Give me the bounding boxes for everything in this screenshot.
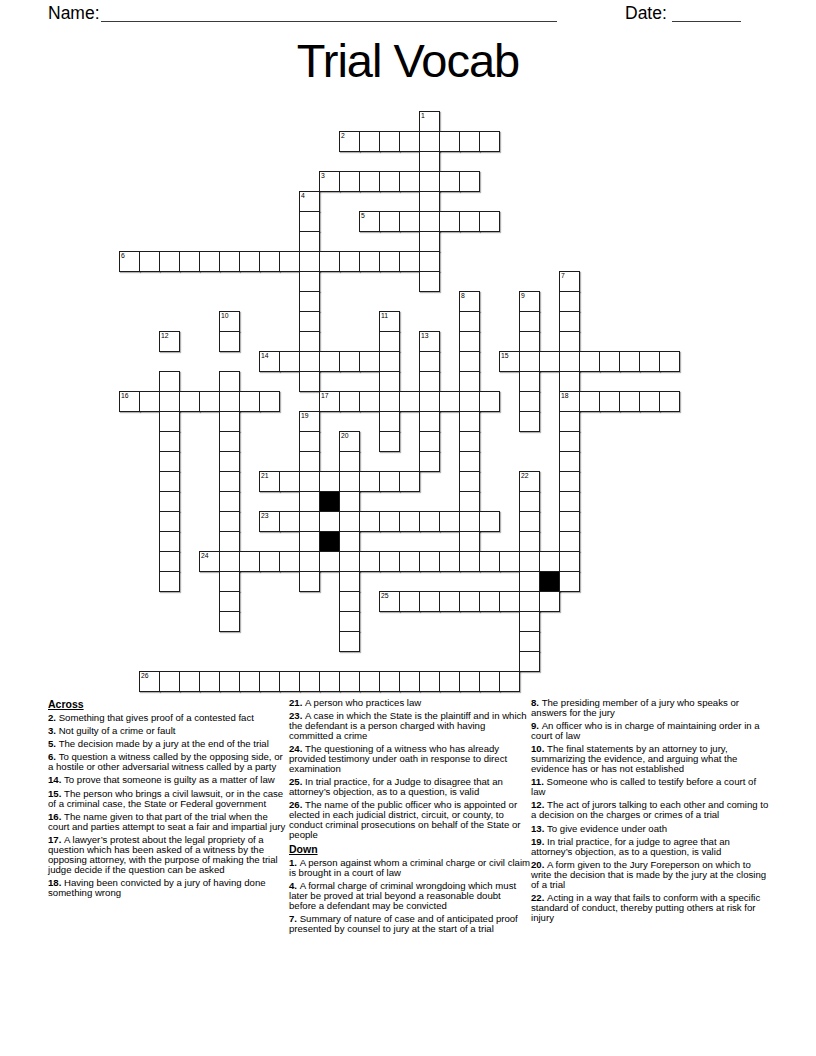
answer-cell[interactable] — [179, 671, 200, 692]
answer-cell[interactable] — [519, 631, 540, 652]
answer-cell[interactable] — [339, 671, 360, 692]
answer-cell[interactable] — [159, 251, 180, 272]
answer-cell[interactable] — [479, 591, 500, 612]
clue-24: 24. The questioning of a witness who has… — [289, 744, 530, 774]
answer-cell[interactable] — [459, 671, 480, 692]
answer-cell[interactable] — [319, 511, 340, 532]
answer-cell[interactable] — [239, 551, 260, 572]
answer-cell[interactable] — [419, 131, 440, 152]
cell-number-2: 2 — [341, 132, 345, 139]
black-cell — [319, 491, 340, 512]
answer-cell[interactable] — [359, 551, 380, 572]
cell-number-9: 9 — [521, 292, 525, 299]
answer-cell[interactable] — [139, 251, 160, 272]
answer-cell[interactable] — [219, 251, 240, 272]
answer-cell[interactable] — [259, 551, 280, 572]
answer-cell[interactable] — [559, 431, 580, 452]
answer-cell[interactable] — [539, 551, 560, 572]
answer-cell[interactable] — [219, 611, 240, 632]
cell-number-1: 1 — [421, 112, 425, 119]
answer-cell[interactable] — [419, 271, 440, 292]
clue-23: 23. A case in which the State is the pla… — [289, 711, 530, 741]
cell-number-5: 5 — [361, 212, 365, 219]
date-label: Date: — [625, 3, 667, 24]
answer-cell[interactable] — [419, 671, 440, 692]
answer-cell[interactable] — [459, 531, 480, 552]
answer-cell[interactable] — [419, 391, 440, 412]
answer-cell[interactable] — [359, 131, 380, 152]
answer-cell[interactable] — [479, 551, 500, 572]
answer-cell[interactable] — [639, 351, 660, 372]
answer-cell[interactable] — [239, 251, 260, 272]
clue-3: 3. Not guilty of a crime or fault — [48, 726, 289, 736]
cell-number-7: 7 — [561, 272, 565, 279]
answer-cell[interactable] — [379, 331, 400, 352]
answer-cell[interactable] — [279, 351, 300, 372]
answer-cell[interactable] — [299, 511, 320, 532]
answer-cell[interactable] — [299, 491, 320, 512]
answer-cell[interactable] — [419, 371, 440, 392]
answer-cell[interactable] — [219, 491, 240, 512]
clue-section-header-across: Across — [48, 698, 289, 710]
answer-cell[interactable] — [219, 411, 240, 432]
answer-cell[interactable] — [479, 671, 500, 692]
answer-cell[interactable] — [379, 671, 400, 692]
clue-column-across: Across2. Something that gives proof of a… — [48, 698, 289, 901]
answer-cell[interactable] — [339, 511, 360, 532]
answer-cell[interactable] — [439, 511, 460, 532]
answer-cell[interactable] — [459, 511, 480, 532]
answer-cell[interactable] — [159, 451, 180, 472]
cell-number-8: 8 — [461, 292, 465, 299]
name-fill-in-line[interactable] — [101, 21, 557, 22]
answer-cell[interactable] — [439, 671, 460, 692]
answer-cell[interactable] — [559, 351, 580, 372]
answer-cell[interactable] — [219, 391, 240, 412]
answer-cell[interactable] — [379, 391, 400, 412]
answer-cell[interactable] — [159, 511, 180, 532]
answer-cell[interactable] — [339, 471, 360, 492]
clue-8: 8. The presiding member of a jury who sp… — [531, 698, 772, 718]
answer-cell[interactable] — [199, 251, 220, 272]
answer-cell[interactable] — [219, 671, 240, 692]
name-label: Name: — [48, 3, 100, 24]
answer-cell[interactable] — [559, 491, 580, 512]
answer-cell[interactable] — [419, 171, 440, 192]
answer-cell[interactable] — [479, 211, 500, 232]
cell-number-17: 17 — [321, 392, 329, 399]
answer-cell[interactable] — [219, 331, 240, 352]
answer-cell[interactable] — [419, 151, 440, 172]
answer-cell[interactable] — [419, 231, 440, 252]
answer-cell[interactable] — [459, 551, 480, 572]
answer-cell[interactable] — [659, 391, 680, 412]
answer-cell[interactable] — [419, 591, 440, 612]
answer-cell[interactable] — [519, 651, 540, 672]
answer-cell[interactable] — [299, 211, 320, 232]
answer-cell[interactable] — [299, 231, 320, 252]
answer-cell[interactable] — [299, 571, 320, 592]
clue-17: 17. A lawyer’s protest about the legal p… — [48, 835, 289, 875]
answer-cell[interactable] — [319, 251, 340, 272]
answer-cell[interactable] — [519, 511, 540, 532]
answer-cell[interactable] — [519, 331, 540, 352]
answer-cell[interactable] — [559, 451, 580, 472]
answer-cell[interactable] — [419, 551, 440, 572]
answer-cell[interactable] — [359, 171, 380, 192]
answer-cell[interactable] — [299, 251, 320, 272]
answer-cell[interactable] — [419, 431, 440, 452]
answer-cell[interactable] — [499, 551, 520, 572]
clue-21: 21. A person who practices law — [289, 698, 530, 708]
clue-16: 16. The name given to that part of the t… — [48, 812, 289, 832]
answer-cell[interactable] — [219, 511, 240, 532]
answer-cell[interactable] — [539, 351, 560, 372]
cell-number-11: 11 — [381, 312, 388, 319]
answer-cell[interactable] — [299, 331, 320, 352]
answer-cell[interactable] — [399, 391, 420, 412]
cell-number-24: 24 — [201, 552, 209, 559]
answer-cell[interactable] — [359, 671, 380, 692]
cell-number-3: 3 — [321, 172, 325, 179]
answer-cell[interactable] — [459, 211, 480, 232]
answer-cell[interactable] — [639, 391, 660, 412]
answer-cell[interactable] — [619, 351, 640, 372]
answer-cell[interactable] — [439, 591, 460, 612]
answer-cell[interactable] — [199, 391, 220, 412]
answer-cell[interactable] — [399, 171, 420, 192]
cell-number-10: 10 — [221, 312, 229, 319]
answer-cell[interactable] — [339, 171, 360, 192]
answer-cell[interactable] — [159, 371, 180, 392]
answer-cell[interactable] — [299, 311, 320, 332]
answer-cell[interactable] — [299, 291, 320, 312]
cell-number-25: 25 — [381, 592, 389, 599]
answer-cell[interactable] — [399, 471, 420, 492]
answer-cell[interactable] — [339, 451, 360, 472]
black-cell — [539, 571, 560, 592]
answer-cell[interactable] — [219, 371, 240, 392]
answer-cell[interactable] — [519, 491, 540, 512]
answer-cell[interactable] — [259, 671, 280, 692]
answer-cell[interactable] — [339, 631, 360, 652]
answer-cell[interactable] — [659, 351, 680, 372]
answer-cell[interactable] — [339, 571, 360, 592]
answer-cell[interactable] — [459, 431, 480, 452]
clue-2: 2. Something that gives proof of a conte… — [48, 713, 289, 723]
answer-cell[interactable] — [559, 471, 580, 492]
cell-number-22: 22 — [521, 472, 529, 479]
answer-cell[interactable] — [559, 571, 580, 592]
answer-cell[interactable] — [519, 531, 540, 552]
answer-cell[interactable] — [499, 671, 520, 692]
answer-cell[interactable] — [379, 251, 400, 272]
answer-cell[interactable] — [159, 431, 180, 452]
answer-cell[interactable] — [459, 351, 480, 372]
answer-cell[interactable] — [359, 511, 380, 532]
answer-cell[interactable] — [379, 211, 400, 232]
answer-cell[interactable] — [419, 451, 440, 472]
answer-cell[interactable] — [299, 551, 320, 572]
answer-cell[interactable] — [159, 531, 180, 552]
answer-cell[interactable] — [199, 671, 220, 692]
answer-cell[interactable] — [559, 531, 580, 552]
answer-cell[interactable] — [339, 611, 360, 632]
answer-cell[interactable] — [399, 131, 420, 152]
answer-cell[interactable] — [339, 391, 360, 412]
answer-cell[interactable] — [459, 371, 480, 392]
answer-cell[interactable] — [379, 471, 400, 492]
answer-cell[interactable] — [359, 391, 380, 412]
answer-cell[interactable] — [359, 251, 380, 272]
answer-cell[interactable] — [459, 411, 480, 432]
answer-cell[interactable] — [599, 351, 620, 372]
date-fill-in-line[interactable] — [672, 21, 741, 22]
answer-cell[interactable] — [439, 171, 460, 192]
clue-26: 26. The name of the public officer who i… — [289, 800, 530, 840]
answer-cell[interactable] — [619, 391, 640, 412]
answer-cell[interactable] — [419, 511, 440, 532]
answer-cell[interactable] — [519, 551, 540, 572]
answer-cell[interactable] — [379, 431, 400, 452]
answer-cell[interactable] — [579, 391, 600, 412]
answer-cell[interactable] — [559, 291, 580, 312]
answer-cell[interactable] — [159, 391, 180, 412]
answer-cell[interactable] — [299, 531, 320, 552]
answer-cell[interactable] — [339, 491, 360, 512]
answer-cell[interactable] — [379, 371, 400, 392]
clue-14: 14. To prove that someone is guilty as a… — [48, 775, 289, 785]
answer-cell[interactable] — [159, 411, 180, 432]
answer-cell[interactable] — [259, 251, 280, 272]
answer-cell[interactable] — [359, 351, 380, 372]
answer-cell[interactable] — [219, 431, 240, 452]
answer-cell[interactable] — [399, 211, 420, 232]
answer-cell[interactable] — [479, 131, 500, 152]
answer-cell[interactable] — [219, 451, 240, 472]
crossword-grid[interactable]: 1234567891011121314151617181920212223242… — [119, 111, 681, 693]
answer-cell[interactable] — [439, 131, 460, 152]
answer-cell[interactable] — [379, 131, 400, 152]
answer-cell[interactable] — [379, 511, 400, 532]
answer-cell[interactable] — [179, 251, 200, 272]
answer-cell[interactable] — [399, 551, 420, 572]
answer-cell[interactable] — [319, 671, 340, 692]
answer-cell[interactable] — [339, 531, 360, 552]
answer-cell[interactable] — [319, 551, 340, 572]
answer-cell[interactable] — [459, 171, 480, 192]
cell-number-26: 26 — [141, 672, 149, 679]
answer-cell[interactable] — [219, 591, 240, 612]
clue-1: 1. A person against whom a criminal char… — [289, 858, 530, 878]
answer-cell[interactable] — [279, 551, 300, 572]
answer-cell[interactable] — [339, 351, 360, 372]
answer-cell[interactable] — [419, 211, 440, 232]
clue-25: 25. In trial practice, for a Judge to di… — [289, 777, 530, 797]
answer-cell[interactable] — [559, 411, 580, 432]
answer-cell[interactable] — [339, 551, 360, 572]
answer-cell[interactable] — [299, 431, 320, 452]
answer-cell[interactable] — [159, 471, 180, 492]
answer-cell[interactable] — [239, 391, 260, 412]
answer-cell[interactable] — [439, 551, 460, 572]
answer-cell[interactable] — [519, 391, 540, 412]
cell-number-13: 13 — [421, 332, 429, 339]
answer-cell[interactable] — [319, 471, 340, 492]
answer-cell[interactable] — [399, 251, 420, 272]
answer-cell[interactable] — [259, 391, 280, 412]
answer-cell[interactable] — [299, 451, 320, 472]
clue-11: 11. Someone who is called to testify bef… — [531, 777, 772, 797]
answer-cell[interactable] — [459, 451, 480, 472]
answer-cell[interactable] — [519, 591, 540, 612]
answer-cell[interactable] — [519, 411, 540, 432]
clue-4: 4. A formal charge of criminal wrongdoin… — [289, 881, 530, 911]
clue-column-middle: 21. A person who practices law23. A case… — [289, 698, 530, 937]
black-cell — [319, 531, 340, 552]
answer-cell[interactable] — [499, 591, 520, 612]
clue-15: 15. The person who brings a civil lawsui… — [48, 789, 289, 809]
clue-19: 19. In trial practice, for a judge to ag… — [531, 837, 772, 857]
clue-22: 22. Acting in a way that fails to confor… — [531, 893, 772, 923]
answer-cell[interactable] — [339, 251, 360, 272]
answer-cell[interactable] — [139, 391, 160, 412]
clue-10: 10. The final statements by an attorney … — [531, 744, 772, 774]
answer-cell[interactable] — [279, 671, 300, 692]
answer-cell[interactable] — [419, 411, 440, 432]
cell-number-6: 6 — [121, 252, 125, 259]
answer-cell[interactable] — [439, 391, 460, 412]
answer-cell[interactable] — [559, 371, 580, 392]
answer-cell[interactable] — [399, 591, 420, 612]
clue-9: 9. An officer who is in charge of mainta… — [531, 721, 772, 741]
clue-13: 13. To give evidence under oath — [531, 824, 772, 834]
answer-cell[interactable] — [379, 351, 400, 372]
answer-cell[interactable] — [519, 611, 540, 632]
cell-number-19: 19 — [301, 412, 309, 419]
answer-cell[interactable] — [479, 391, 500, 412]
answer-cell[interactable] — [159, 491, 180, 512]
answer-cell[interactable] — [239, 671, 260, 692]
clue-column-down: 8. The presiding member of a jury who sp… — [531, 698, 772, 926]
answer-cell[interactable] — [379, 171, 400, 192]
answer-cell[interactable] — [479, 511, 500, 532]
answer-cell[interactable] — [279, 251, 300, 272]
answer-cell[interactable] — [399, 671, 420, 692]
answer-cell[interactable] — [559, 331, 580, 352]
answer-cell[interactable] — [299, 351, 320, 372]
answer-cell[interactable] — [279, 511, 300, 532]
clue-12: 12. The act of jurors talking to each ot… — [531, 800, 772, 820]
cell-number-15: 15 — [501, 352, 509, 359]
cell-number-14: 14 — [261, 352, 269, 359]
answer-cell[interactable] — [179, 391, 200, 412]
answer-cell[interactable] — [459, 391, 480, 412]
worksheet-page: { "header": { "name_label": "Name:", "da… — [0, 0, 816, 1056]
answer-cell[interactable] — [459, 491, 480, 512]
clue-18: 18. Having been convicted by a jury of h… — [48, 878, 289, 898]
answer-cell[interactable] — [299, 471, 320, 492]
answer-cell[interactable] — [279, 471, 300, 492]
answer-cell[interactable] — [359, 471, 380, 492]
page-title: Trial Vocab — [0, 33, 816, 88]
cell-number-4: 4 — [301, 192, 305, 199]
answer-cell[interactable] — [379, 551, 400, 572]
answer-cell[interactable] — [159, 671, 180, 692]
answer-cell[interactable] — [159, 571, 180, 592]
answer-cell[interactable] — [319, 351, 340, 372]
clue-section-header-down: Down — [289, 843, 530, 855]
answer-cell[interactable] — [519, 371, 540, 392]
cell-number-12: 12 — [161, 332, 169, 339]
answer-cell[interactable] — [419, 351, 440, 372]
answer-cell[interactable] — [219, 531, 240, 552]
answer-cell[interactable] — [379, 411, 400, 432]
answer-cell[interactable] — [159, 551, 180, 572]
clue-20: 20. A form given to the Jury Foreperson … — [531, 860, 772, 890]
answer-cell[interactable] — [519, 571, 540, 592]
answer-cell[interactable] — [459, 311, 480, 332]
answer-cell[interactable] — [299, 671, 320, 692]
answer-cell[interactable] — [219, 571, 240, 592]
answer-cell[interactable] — [419, 251, 440, 272]
clue-7: 7. Summary of nature of case and of anti… — [289, 914, 530, 934]
answer-cell[interactable] — [559, 311, 580, 332]
answer-cell[interactable] — [219, 551, 240, 572]
answer-cell[interactable] — [399, 511, 420, 532]
clue-5: 5. The decision made by a jury at the en… — [48, 739, 289, 749]
answer-cell[interactable] — [419, 191, 440, 212]
answer-cell[interactable] — [219, 471, 240, 492]
answer-cell[interactable] — [459, 591, 480, 612]
answer-cell[interactable] — [439, 211, 460, 232]
answer-cell[interactable] — [339, 591, 360, 612]
cell-number-21: 21 — [261, 472, 269, 479]
answer-cell[interactable] — [459, 131, 480, 152]
cell-number-20: 20 — [341, 432, 349, 439]
answer-cell[interactable] — [299, 271, 320, 292]
answer-cell[interactable] — [539, 591, 560, 612]
answer-cell[interactable] — [579, 351, 600, 372]
cell-number-16: 16 — [121, 392, 129, 399]
answer-cell[interactable] — [519, 351, 540, 372]
answer-cell[interactable] — [599, 391, 620, 412]
answer-cell[interactable] — [459, 331, 480, 352]
answer-cell[interactable] — [559, 551, 580, 572]
cell-number-23: 23 — [261, 512, 269, 519]
answer-cell[interactable] — [559, 511, 580, 532]
answer-cell[interactable] — [299, 371, 320, 392]
cell-number-18: 18 — [561, 392, 569, 399]
clue-6: 6. To question a witness called by the o… — [48, 752, 289, 772]
answer-cell[interactable] — [459, 471, 480, 492]
answer-cell[interactable] — [519, 311, 540, 332]
